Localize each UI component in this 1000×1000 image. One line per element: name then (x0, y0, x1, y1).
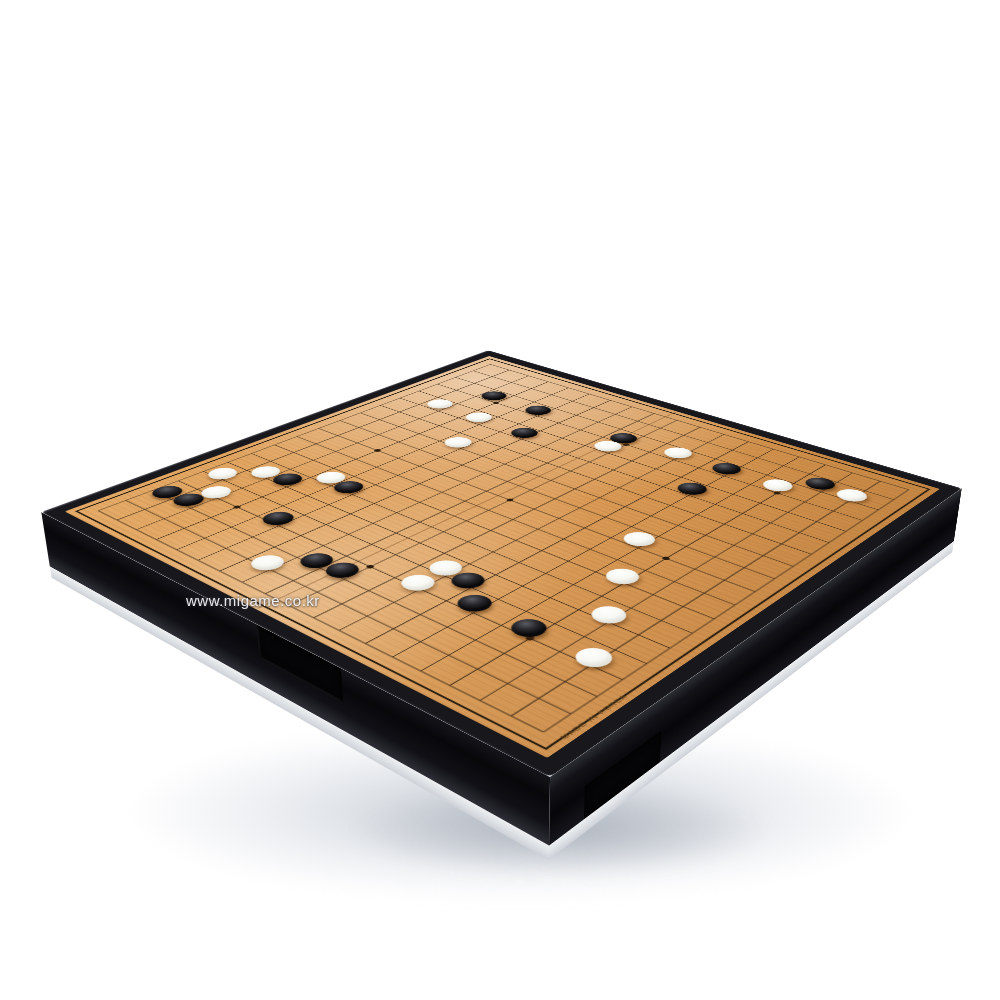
black-stone[interactable] (451, 591, 499, 615)
go-board-3d: MADE IN KOREA (65, 356, 940, 758)
white-stone[interactable] (617, 529, 661, 549)
white-stone[interactable] (568, 644, 619, 671)
black-stone[interactable] (257, 509, 300, 528)
hoshi-point (773, 491, 782, 495)
white-stone[interactable] (599, 566, 645, 588)
watermark-text: www.migame.co.kr (186, 592, 320, 609)
product-photo-scene: MADE IN KOREA www.migame.co.kr (0, 0, 1000, 1000)
white-stone[interactable] (395, 572, 442, 594)
white-stone[interactable] (245, 552, 291, 573)
white-stone[interactable] (584, 603, 633, 627)
black-stone[interactable] (504, 615, 554, 640)
